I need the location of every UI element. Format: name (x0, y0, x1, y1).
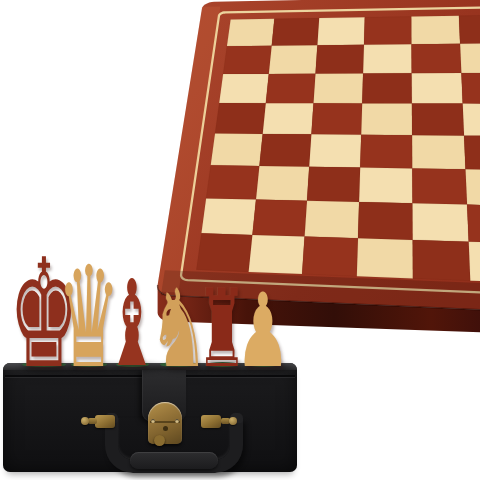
board-square (412, 73, 463, 104)
board-square (411, 16, 460, 45)
board-square (413, 203, 469, 241)
storage-case (3, 363, 297, 472)
board-square (412, 104, 464, 136)
board-square (211, 134, 263, 167)
latch-pivot (163, 426, 168, 431)
board-square (256, 166, 309, 201)
board-square (459, 15, 480, 44)
handle-pin-left (88, 418, 97, 424)
board-square (215, 103, 266, 134)
board-square (460, 43, 480, 73)
board-square (259, 134, 311, 167)
handle-knob-right (229, 417, 237, 425)
board-square (266, 74, 316, 104)
board-square (359, 168, 412, 204)
latch-screw-right (175, 419, 179, 423)
latch-knob (154, 435, 165, 446)
board-square (309, 134, 361, 167)
board-square (272, 18, 320, 46)
handle-grip (130, 452, 218, 469)
handle-knob-left (81, 417, 89, 425)
chess-set-product-photo: { "game": "chess", "scene": "wooden ches… (0, 0, 480, 480)
board-square (307, 167, 360, 202)
latch-screw-left (151, 419, 155, 423)
board-square (314, 74, 364, 104)
board-square (358, 202, 413, 240)
board-square (196, 233, 252, 272)
board-square (413, 240, 471, 281)
board-square (219, 74, 269, 103)
brass-latch (148, 402, 182, 444)
board-square (412, 168, 467, 204)
board-square (249, 235, 305, 274)
board-square (360, 135, 412, 169)
board-square (223, 46, 272, 74)
board-square (201, 198, 256, 235)
board-square (227, 19, 275, 46)
board-square (461, 73, 480, 104)
board-square (361, 103, 412, 135)
handle-mount-left (95, 415, 115, 428)
board-square (206, 165, 259, 199)
board-square (302, 237, 358, 277)
board-square (363, 44, 412, 73)
board-square (467, 205, 480, 244)
board-square (464, 136, 480, 171)
board-square (364, 17, 412, 45)
board-square (311, 103, 362, 135)
board-square (463, 104, 480, 137)
board-square (317, 17, 364, 45)
board-square (466, 169, 480, 206)
case-lid-edge (3, 363, 297, 370)
board-square (305, 201, 360, 238)
board-square (469, 242, 480, 283)
board-square (263, 103, 314, 134)
board-square (252, 200, 307, 237)
board-square (412, 44, 462, 73)
board-square (316, 45, 365, 74)
handle-mount-right (201, 415, 221, 428)
board-square (269, 45, 318, 74)
board-square (412, 135, 465, 169)
board-square (357, 238, 413, 278)
board-square (362, 73, 412, 103)
